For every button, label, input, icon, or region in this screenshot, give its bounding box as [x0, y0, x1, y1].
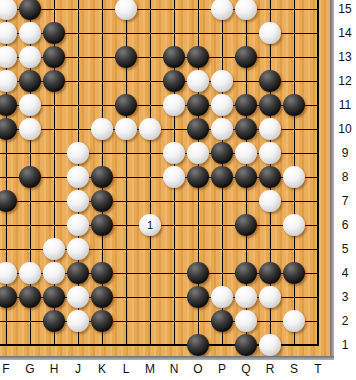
- black-stone-Q13: [235, 46, 257, 68]
- intersection-J2[interactable]: [66, 309, 90, 333]
- intersection-T14[interactable]: [306, 21, 330, 45]
- intersection-G14[interactable]: [18, 21, 42, 45]
- intersection-J13[interactable]: [66, 45, 90, 69]
- row-label-10: 10: [334, 121, 356, 137]
- white-stone-Q15: [235, 0, 257, 20]
- intersection-F14[interactable]: [0, 21, 18, 45]
- intersection-T11[interactable]: [306, 93, 330, 117]
- white-stone-G4: [19, 262, 41, 284]
- intersection-T6[interactable]: [306, 213, 330, 237]
- goban: 1: [0, 0, 330, 356]
- intersection-K9[interactable]: [90, 141, 114, 165]
- intersection-Q12[interactable]: [234, 69, 258, 93]
- intersection-S4[interactable]: [282, 261, 306, 285]
- white-stone-G10: [19, 118, 41, 140]
- intersection-S9[interactable]: [282, 141, 306, 165]
- intersection-L6[interactable]: [114, 213, 138, 237]
- intersection-G5[interactable]: [18, 237, 42, 261]
- intersection-F3[interactable]: [0, 285, 18, 309]
- intersection-L5[interactable]: [114, 237, 138, 261]
- intersection-F6[interactable]: [0, 213, 18, 237]
- intersection-P7[interactable]: [210, 189, 234, 213]
- intersection-R8[interactable]: [258, 165, 282, 189]
- intersection-M2[interactable]: [138, 309, 162, 333]
- white-stone-N8: [163, 166, 185, 188]
- intersection-K12[interactable]: [90, 69, 114, 93]
- intersection-M15[interactable]: [138, 0, 162, 21]
- white-stone-R7: [259, 190, 281, 212]
- intersection-M8[interactable]: [138, 165, 162, 189]
- intersection-L13[interactable]: [114, 45, 138, 69]
- intersection-M11[interactable]: [138, 93, 162, 117]
- intersection-R13[interactable]: [258, 45, 282, 69]
- intersection-H2[interactable]: [42, 309, 66, 333]
- intersection-F13[interactable]: [0, 45, 18, 69]
- white-stone-R14: [259, 22, 281, 44]
- intersection-G9[interactable]: [18, 141, 42, 165]
- intersection-L12[interactable]: [114, 69, 138, 93]
- intersection-J6[interactable]: [66, 213, 90, 237]
- intersection-J7[interactable]: [66, 189, 90, 213]
- black-stone-L13: [115, 46, 137, 68]
- intersection-O2[interactable]: [186, 309, 210, 333]
- black-stone-R12: [259, 70, 281, 92]
- intersection-K4[interactable]: [90, 261, 114, 285]
- intersection-Q15[interactable]: [234, 0, 258, 21]
- intersection-S7[interactable]: [282, 189, 306, 213]
- white-stone-K10: [91, 118, 113, 140]
- intersection-T4[interactable]: [306, 261, 330, 285]
- intersection-S12[interactable]: [282, 69, 306, 93]
- intersection-K7[interactable]: [90, 189, 114, 213]
- black-stone-Q8: [235, 166, 257, 188]
- black-stone-Q6: [235, 214, 257, 236]
- intersection-R3[interactable]: [258, 285, 282, 309]
- intersection-K15[interactable]: [90, 0, 114, 21]
- intersection-F9[interactable]: [0, 141, 18, 165]
- intersection-K14[interactable]: [90, 21, 114, 45]
- intersection-M3[interactable]: [138, 285, 162, 309]
- intersection-G4[interactable]: [18, 261, 42, 285]
- intersection-P3[interactable]: [210, 285, 234, 309]
- column-label-F: F: [0, 360, 18, 380]
- intersection-N6[interactable]: [162, 213, 186, 237]
- intersection-M12[interactable]: [138, 69, 162, 93]
- black-stone-N12: [163, 70, 185, 92]
- intersection-Q3[interactable]: [234, 285, 258, 309]
- intersection-L11[interactable]: [114, 93, 138, 117]
- black-stone-P9: [211, 142, 233, 164]
- intersection-M14[interactable]: [138, 21, 162, 45]
- intersection-H1[interactable]: [42, 333, 66, 356]
- intersection-T10[interactable]: [306, 117, 330, 141]
- black-stone-K4: [91, 262, 113, 284]
- intersection-G11[interactable]: [18, 93, 42, 117]
- intersection-O5[interactable]: [186, 237, 210, 261]
- intersection-M6[interactable]: 1: [138, 213, 162, 237]
- black-stone-K2: [91, 310, 113, 332]
- intersection-F2[interactable]: [0, 309, 18, 333]
- black-stone-F10: [0, 118, 17, 140]
- black-stone-K7: [91, 190, 113, 212]
- intersection-O4[interactable]: [186, 261, 210, 285]
- intersection-P1[interactable]: [210, 333, 234, 356]
- intersection-L8[interactable]: [114, 165, 138, 189]
- intersection-S14[interactable]: [282, 21, 306, 45]
- row-label-15: 15: [334, 1, 356, 17]
- intersection-J4[interactable]: [66, 261, 90, 285]
- intersection-F5[interactable]: [0, 237, 18, 261]
- intersection-L14[interactable]: [114, 21, 138, 45]
- white-stone-G14: [19, 22, 41, 44]
- intersection-N7[interactable]: [162, 189, 186, 213]
- white-stone-R10: [259, 118, 281, 140]
- black-stone-O13: [187, 46, 209, 68]
- intersection-M1[interactable]: [138, 333, 162, 356]
- intersection-J1[interactable]: [66, 333, 90, 356]
- row-label-6: 6: [334, 217, 356, 233]
- intersection-N9[interactable]: [162, 141, 186, 165]
- intersection-O14[interactable]: [186, 21, 210, 45]
- intersection-P2[interactable]: [210, 309, 234, 333]
- intersection-K2[interactable]: [90, 309, 114, 333]
- intersection-J15[interactable]: [66, 0, 90, 21]
- intersection-Q13[interactable]: [234, 45, 258, 69]
- intersection-R15[interactable]: [258, 0, 282, 21]
- intersection-M13[interactable]: [138, 45, 162, 69]
- intersection-R6[interactable]: [258, 213, 282, 237]
- intersection-H15[interactable]: [42, 0, 66, 21]
- intersection-Q10[interactable]: [234, 117, 258, 141]
- intersection-J3[interactable]: [66, 285, 90, 309]
- intersection-M7[interactable]: [138, 189, 162, 213]
- intersection-L1[interactable]: [114, 333, 138, 356]
- intersection-S2[interactable]: [282, 309, 306, 333]
- intersection-O6[interactable]: [186, 213, 210, 237]
- intersection-H13[interactable]: [42, 45, 66, 69]
- black-stone-H2: [43, 310, 65, 332]
- intersection-P15[interactable]: [210, 0, 234, 21]
- intersection-R1[interactable]: [258, 333, 282, 356]
- intersection-N8[interactable]: [162, 165, 186, 189]
- intersection-N13[interactable]: [162, 45, 186, 69]
- black-stone-G15: [19, 0, 41, 20]
- intersection-G12[interactable]: [18, 69, 42, 93]
- intersection-R5[interactable]: [258, 237, 282, 261]
- intersection-Q9[interactable]: [234, 141, 258, 165]
- intersection-O3[interactable]: [186, 285, 210, 309]
- intersection-F1[interactable]: [0, 333, 18, 356]
- intersection-O15[interactable]: [186, 0, 210, 21]
- black-stone-J4: [67, 262, 89, 284]
- intersection-P6[interactable]: [210, 213, 234, 237]
- intersection-Q11[interactable]: [234, 93, 258, 117]
- intersection-K8[interactable]: [90, 165, 114, 189]
- column-label-G: G: [18, 360, 42, 380]
- intersection-G1[interactable]: [18, 333, 42, 356]
- intersection-F8[interactable]: [0, 165, 18, 189]
- intersection-K13[interactable]: [90, 45, 114, 69]
- intersection-L4[interactable]: [114, 261, 138, 285]
- white-stone-O9: [187, 142, 209, 164]
- intersection-P11[interactable]: [210, 93, 234, 117]
- intersection-F7[interactable]: [0, 189, 18, 213]
- white-stone-Q3: [235, 286, 257, 308]
- intersection-N14[interactable]: [162, 21, 186, 45]
- white-stone-F12: [0, 70, 17, 92]
- intersection-R11[interactable]: [258, 93, 282, 117]
- black-stone-H14: [43, 22, 65, 44]
- intersection-H11[interactable]: [42, 93, 66, 117]
- black-stone-R4: [259, 262, 281, 284]
- row-label-14: 14: [334, 25, 356, 41]
- column-label-T: T: [306, 360, 330, 380]
- white-stone-R9: [259, 142, 281, 164]
- intersection-N10[interactable]: [162, 117, 186, 141]
- intersection-Q14[interactable]: [234, 21, 258, 45]
- intersection-T3[interactable]: [306, 285, 330, 309]
- intersection-N15[interactable]: [162, 0, 186, 21]
- intersection-O11[interactable]: [186, 93, 210, 117]
- intersection-Q8[interactable]: [234, 165, 258, 189]
- intersection-N3[interactable]: [162, 285, 186, 309]
- intersection-G7[interactable]: [18, 189, 42, 213]
- white-stone-O12: [187, 70, 209, 92]
- intersection-F4[interactable]: [0, 261, 18, 285]
- black-stone-O8: [187, 166, 209, 188]
- intersection-M10[interactable]: [138, 117, 162, 141]
- intersection-T2[interactable]: [306, 309, 330, 333]
- intersection-H4[interactable]: [42, 261, 66, 285]
- intersection-L3[interactable]: [114, 285, 138, 309]
- row-label-9: 9: [334, 145, 356, 161]
- intersection-P10[interactable]: [210, 117, 234, 141]
- white-stone-G13: [19, 46, 41, 68]
- intersection-J12[interactable]: [66, 69, 90, 93]
- intersection-J10[interactable]: [66, 117, 90, 141]
- intersection-O12[interactable]: [186, 69, 210, 93]
- intersection-Q4[interactable]: [234, 261, 258, 285]
- intersection-P12[interactable]: [210, 69, 234, 93]
- intersection-H12[interactable]: [42, 69, 66, 93]
- intersection-P8[interactable]: [210, 165, 234, 189]
- column-label-R: R: [258, 360, 282, 380]
- black-stone-O1: [187, 334, 209, 356]
- intersection-H3[interactable]: [42, 285, 66, 309]
- black-stone-H12: [43, 70, 65, 92]
- intersection-O9[interactable]: [186, 141, 210, 165]
- intersection-F10[interactable]: [0, 117, 18, 141]
- white-stone-Q9: [235, 142, 257, 164]
- intersection-L10[interactable]: [114, 117, 138, 141]
- black-stone-G3: [19, 286, 41, 308]
- intersection-Q7[interactable]: [234, 189, 258, 213]
- intersection-R10[interactable]: [258, 117, 282, 141]
- intersection-S10[interactable]: [282, 117, 306, 141]
- intersection-K3[interactable]: [90, 285, 114, 309]
- white-stone-H4: [43, 262, 65, 284]
- black-stone-O3: [187, 286, 209, 308]
- column-label-O: O: [186, 360, 210, 380]
- intersection-S3[interactable]: [282, 285, 306, 309]
- intersection-N12[interactable]: [162, 69, 186, 93]
- intersection-F15[interactable]: [0, 0, 18, 21]
- intersection-L15[interactable]: [114, 0, 138, 21]
- intersection-M5[interactable]: [138, 237, 162, 261]
- intersection-S15[interactable]: [282, 0, 306, 21]
- intersection-S6[interactable]: [282, 213, 306, 237]
- white-stone-R1: [259, 334, 281, 356]
- intersection-R2[interactable]: [258, 309, 282, 333]
- intersection-T5[interactable]: [306, 237, 330, 261]
- intersection-H14[interactable]: [42, 21, 66, 45]
- intersection-P14[interactable]: [210, 21, 234, 45]
- intersection-R12[interactable]: [258, 69, 282, 93]
- white-stone-M10: [139, 118, 161, 140]
- white-stone-M6: 1: [139, 214, 161, 236]
- black-stone-P2: [211, 310, 233, 332]
- intersection-L2[interactable]: [114, 309, 138, 333]
- intersection-R4[interactable]: [258, 261, 282, 285]
- intersection-K11[interactable]: [90, 93, 114, 117]
- intersection-H5[interactable]: [42, 237, 66, 261]
- intersection-S5[interactable]: [282, 237, 306, 261]
- intersection-P5[interactable]: [210, 237, 234, 261]
- intersection-N1[interactable]: [162, 333, 186, 356]
- intersection-R7[interactable]: [258, 189, 282, 213]
- intersection-N5[interactable]: [162, 237, 186, 261]
- intersection-Q5[interactable]: [234, 237, 258, 261]
- intersection-M4[interactable]: [138, 261, 162, 285]
- move-number-label: 1: [139, 214, 161, 236]
- intersection-P13[interactable]: [210, 45, 234, 69]
- intersection-H10[interactable]: [42, 117, 66, 141]
- intersection-J14[interactable]: [66, 21, 90, 45]
- black-stone-R11: [259, 94, 281, 116]
- intersection-Q1[interactable]: [234, 333, 258, 356]
- intersection-F11[interactable]: [0, 93, 18, 117]
- intersection-O7[interactable]: [186, 189, 210, 213]
- black-stone-K3: [91, 286, 113, 308]
- intersection-O13[interactable]: [186, 45, 210, 69]
- intersection-T9[interactable]: [306, 141, 330, 165]
- white-stone-P3: [211, 286, 233, 308]
- white-stone-J8: [67, 166, 89, 188]
- column-label-Q: Q: [234, 360, 258, 380]
- black-stone-N13: [163, 46, 185, 68]
- white-stone-P11: [211, 94, 233, 116]
- intersection-T8[interactable]: [306, 165, 330, 189]
- intersection-G15[interactable]: [18, 0, 42, 21]
- white-stone-J7: [67, 190, 89, 212]
- intersection-G2[interactable]: [18, 309, 42, 333]
- intersection-L7[interactable]: [114, 189, 138, 213]
- row-label-5: 5: [334, 241, 356, 257]
- intersection-J8[interactable]: [66, 165, 90, 189]
- intersection-O10[interactable]: [186, 117, 210, 141]
- black-stone-O11: [187, 94, 209, 116]
- intersection-R14[interactable]: [258, 21, 282, 45]
- intersection-G10[interactable]: [18, 117, 42, 141]
- row-label-7: 7: [334, 193, 356, 209]
- column-label-L: L: [114, 360, 138, 380]
- intersection-S1[interactable]: [282, 333, 306, 356]
- intersection-P4[interactable]: [210, 261, 234, 285]
- intersection-K6[interactable]: [90, 213, 114, 237]
- intersection-G13[interactable]: [18, 45, 42, 69]
- intersection-H7[interactable]: [42, 189, 66, 213]
- intersection-J5[interactable]: [66, 237, 90, 261]
- intersection-K1[interactable]: [90, 333, 114, 356]
- intersection-R9[interactable]: [258, 141, 282, 165]
- row-label-13: 13: [334, 49, 356, 65]
- white-stone-J5: [67, 238, 89, 260]
- intersection-G8[interactable]: [18, 165, 42, 189]
- black-stone-Q11: [235, 94, 257, 116]
- black-stone-P8: [211, 166, 233, 188]
- intersection-S11[interactable]: [282, 93, 306, 117]
- white-stone-P15: [211, 0, 233, 20]
- intersection-G3[interactable]: [18, 285, 42, 309]
- intersection-N11[interactable]: [162, 93, 186, 117]
- white-stone-F4: [0, 262, 17, 284]
- intersection-S13[interactable]: [282, 45, 306, 69]
- black-stone-L11: [115, 94, 137, 116]
- intersection-J11[interactable]: [66, 93, 90, 117]
- intersection-O8[interactable]: [186, 165, 210, 189]
- intersection-N2[interactable]: [162, 309, 186, 333]
- intersection-G6[interactable]: [18, 213, 42, 237]
- intersection-T7[interactable]: [306, 189, 330, 213]
- black-stone-F11: [0, 94, 17, 116]
- white-stone-S2: [283, 310, 305, 332]
- intersection-K10[interactable]: [90, 117, 114, 141]
- row-label-4: 4: [334, 265, 356, 281]
- intersection-F12[interactable]: [0, 69, 18, 93]
- black-stone-O10: [187, 118, 209, 140]
- black-stone-R8: [259, 166, 281, 188]
- intersection-N4[interactable]: [162, 261, 186, 285]
- intersection-O1[interactable]: [186, 333, 210, 356]
- white-stone-H5: [43, 238, 65, 260]
- row-label-3: 3: [334, 289, 356, 305]
- intersection-L9[interactable]: [114, 141, 138, 165]
- intersection-T13[interactable]: [306, 45, 330, 69]
- intersection-H9[interactable]: [42, 141, 66, 165]
- white-stone-F15: [0, 0, 17, 20]
- white-stone-G11: [19, 94, 41, 116]
- black-stone-Q4: [235, 262, 257, 284]
- intersection-T15[interactable]: [306, 0, 330, 21]
- intersection-H8[interactable]: [42, 165, 66, 189]
- black-stone-O4: [187, 262, 209, 284]
- intersection-H6[interactable]: [42, 213, 66, 237]
- intersection-K5[interactable]: [90, 237, 114, 261]
- row-label-1: 1: [334, 337, 356, 353]
- intersection-M9[interactable]: [138, 141, 162, 165]
- intersection-J9[interactable]: [66, 141, 90, 165]
- goban-grid: 1: [0, 0, 330, 356]
- intersection-T1[interactable]: [306, 333, 330, 356]
- white-stone-J9: [67, 142, 89, 164]
- intersection-P9[interactable]: [210, 141, 234, 165]
- intersection-T12[interactable]: [306, 69, 330, 93]
- intersection-S8[interactable]: [282, 165, 306, 189]
- intersection-Q2[interactable]: [234, 309, 258, 333]
- white-stone-R3: [259, 286, 281, 308]
- intersection-Q6[interactable]: [234, 213, 258, 237]
- column-label-M: M: [138, 360, 162, 380]
